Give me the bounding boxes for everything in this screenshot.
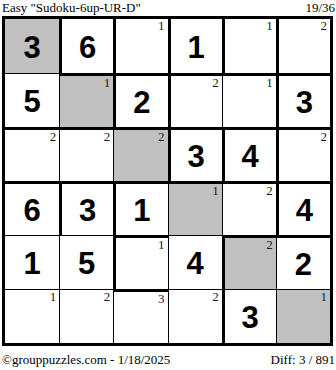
corner-mark: 2 [212, 290, 219, 304]
footer: ©grouppuzzles.com - 1/18/2025 Diff: 3 / … [2, 352, 335, 368]
cell-r4c2[interactable]: 3 [59, 181, 113, 235]
corner-mark: 2 [212, 76, 219, 90]
cell-r3c2[interactable]: 2 [59, 127, 113, 181]
corner-mark: 2 [158, 130, 165, 144]
corner-mark: 1 [321, 290, 328, 304]
cell-value: 3 [242, 300, 259, 333]
cell-r4c6[interactable]: 4 [276, 181, 330, 235]
cell-r1c4[interactable]: 1 [168, 19, 222, 73]
cell-value: 1 [23, 246, 40, 279]
corner-mark: 1 [266, 76, 273, 90]
corner-mark: 2 [321, 19, 328, 33]
cell-r4c1[interactable]: 6 [5, 181, 59, 235]
cell-r6c2[interactable]: 2 [59, 289, 113, 343]
cell-r6c1[interactable]: 1 [5, 289, 59, 343]
cell-r2c1[interactable]: 5 [5, 73, 59, 127]
corner-mark: 2 [104, 130, 111, 144]
cell-value: 3 [296, 85, 313, 118]
cell-value: 4 [186, 246, 203, 279]
cell-value: 6 [23, 193, 40, 226]
cell-r1c5[interactable]: 1 [222, 19, 276, 73]
cell-r1c3[interactable]: 1 [113, 19, 167, 73]
cell-value: 2 [295, 247, 312, 280]
corner-mark: 2 [50, 130, 57, 144]
cell-r5c1[interactable]: 1 [5, 235, 59, 289]
cell-r3c6[interactable]: 2 [276, 127, 330, 181]
cell-r1c2[interactable]: 6 [59, 19, 113, 73]
corner-mark: 2 [266, 184, 273, 198]
corner-mark: 1 [158, 238, 165, 252]
cell-r2c2[interactable]: 1 [59, 73, 113, 127]
corner-mark: 1 [266, 19, 273, 33]
cell-value: 1 [133, 193, 150, 226]
cell-value: 4 [296, 193, 313, 226]
cell-r4c3[interactable]: 1 [113, 181, 167, 235]
cell-r2c3[interactable]: 2 [113, 73, 167, 127]
cell-r6c3[interactable]: 3 [113, 289, 167, 343]
cell-r2c6[interactable]: 3 [276, 73, 330, 127]
corner-mark: 1 [104, 76, 111, 90]
cell-r5c4[interactable]: 4 [168, 235, 222, 289]
cell-r6c4[interactable]: 2 [168, 289, 222, 343]
corner-mark: 3 [158, 292, 165, 306]
cell-r5c2[interactable]: 5 [59, 235, 113, 289]
progress-counter: 19/36 [305, 0, 335, 15]
cell-r3c4[interactable]: 3 [168, 127, 222, 181]
copyright-text: ©grouppuzzles.com - 1/18/2025 [2, 352, 170, 368]
corner-mark: 2 [104, 290, 111, 304]
cell-value: 2 [133, 85, 150, 118]
cell-r3c3[interactable]: 2 [113, 127, 167, 181]
difficulty-text: Diff: 3 / 891 [271, 352, 335, 368]
cell-r5c3[interactable]: 1 [113, 235, 167, 289]
cell-r4c5[interactable]: 2 [222, 181, 276, 235]
cell-r3c1[interactable]: 2 [5, 127, 59, 181]
cell-value: 4 [242, 139, 259, 172]
cell-r6c6[interactable]: 1 [276, 289, 330, 343]
cell-r3c5[interactable]: 4 [222, 127, 276, 181]
cell-r1c6[interactable]: 2 [276, 19, 330, 73]
corner-mark: 2 [266, 238, 273, 252]
cell-value: 3 [79, 193, 96, 226]
cell-r6c5[interactable]: 3 [222, 289, 276, 343]
cell-value: 5 [23, 84, 40, 117]
cell-r1c1[interactable]: 3 [5, 19, 59, 73]
corner-mark: 1 [158, 19, 165, 33]
cell-value: 3 [187, 139, 204, 172]
corner-mark: 2 [321, 130, 328, 144]
sudoku-grid: 361112512213222342631124151422123231 [2, 16, 333, 346]
cell-r2c4[interactable]: 2 [168, 73, 222, 127]
cell-value: 5 [78, 246, 95, 279]
cell-value: 6 [79, 30, 96, 63]
header: Easy "Sudoku-6up-UR-D" 19/36 [2, 0, 335, 15]
cell-r4c4[interactable]: 1 [168, 181, 222, 235]
corner-mark: 1 [50, 290, 57, 304]
corner-mark: 1 [212, 184, 219, 198]
cell-r2c5[interactable]: 1 [222, 73, 276, 127]
cell-value: 3 [23, 30, 40, 63]
cell-r5c5[interactable]: 2 [222, 235, 276, 289]
puzzle-title: Easy "Sudoku-6up-UR-D" [2, 0, 141, 15]
cell-value: 1 [187, 30, 204, 63]
cell-r5c6[interactable]: 2 [276, 235, 330, 289]
